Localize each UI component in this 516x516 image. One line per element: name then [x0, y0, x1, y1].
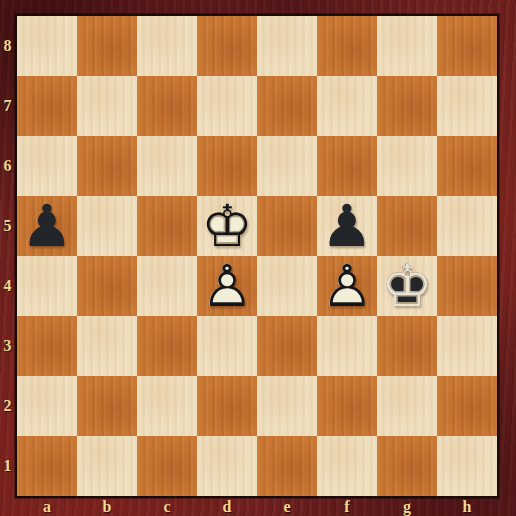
board-square-h3[interactable]	[437, 316, 497, 376]
board-square-b7[interactable]	[77, 76, 137, 136]
board-square-c5[interactable]	[137, 196, 197, 256]
board-square-g6[interactable]	[377, 136, 437, 196]
board-square-g2[interactable]	[377, 376, 437, 436]
board-square-e8[interactable]	[257, 16, 317, 76]
white-pawn[interactable]: ♟♙	[197, 256, 257, 316]
board-square-f8[interactable]	[317, 16, 377, 76]
board-square-e7[interactable]	[257, 76, 317, 136]
rank-label-7: 7	[0, 76, 15, 136]
board-square-f5[interactable]: ♟	[317, 196, 377, 256]
board-square-d6[interactable]	[197, 136, 257, 196]
rank-label-8: 8	[0, 16, 15, 76]
board-square-a7[interactable]	[17, 76, 77, 136]
board-square-e5[interactable]	[257, 196, 317, 256]
board-square-c4[interactable]	[137, 256, 197, 316]
board-square-c3[interactable]	[137, 316, 197, 376]
board-frame: ♟♚♔♟♟♙♟♙♚♔ 87654321 abcdefgh	[0, 0, 516, 516]
board-square-h1[interactable]	[437, 436, 497, 496]
rank-label-5: 5	[0, 196, 15, 256]
board-square-b2[interactable]	[77, 376, 137, 436]
board-square-d7[interactable]	[197, 76, 257, 136]
board-square-c8[interactable]	[137, 16, 197, 76]
board-square-e4[interactable]	[257, 256, 317, 316]
file-label-f: f	[317, 497, 377, 516]
board-square-a3[interactable]	[17, 316, 77, 376]
board-square-b6[interactable]	[77, 136, 137, 196]
board-square-g7[interactable]	[377, 76, 437, 136]
piece-outline-glyph: ♔	[377, 256, 437, 316]
file-label-b: b	[77, 497, 137, 516]
board-square-g3[interactable]	[377, 316, 437, 376]
board-square-h4[interactable]	[437, 256, 497, 316]
board-square-f2[interactable]	[317, 376, 377, 436]
board-square-f4[interactable]: ♟♙	[317, 256, 377, 316]
file-label-a: a	[17, 497, 77, 516]
board-square-f1[interactable]	[317, 436, 377, 496]
board-square-e3[interactable]	[257, 316, 317, 376]
board-square-b8[interactable]	[77, 16, 137, 76]
board-square-d8[interactable]	[197, 16, 257, 76]
board-square-b1[interactable]	[77, 436, 137, 496]
board-square-h2[interactable]	[437, 376, 497, 436]
piece-fill-glyph: ♟	[17, 196, 77, 256]
board-square-c7[interactable]	[137, 76, 197, 136]
board-square-g1[interactable]	[377, 436, 437, 496]
board-square-b5[interactable]	[77, 196, 137, 256]
board-square-h8[interactable]	[437, 16, 497, 76]
board-square-d1[interactable]	[197, 436, 257, 496]
board-square-b4[interactable]	[77, 256, 137, 316]
rank-label-2: 2	[0, 376, 15, 436]
board-square-f3[interactable]	[317, 316, 377, 376]
board-square-a5[interactable]: ♟	[17, 196, 77, 256]
board-square-g8[interactable]	[377, 16, 437, 76]
board-square-h6[interactable]	[437, 136, 497, 196]
board-square-h7[interactable]	[437, 76, 497, 136]
board-square-g4[interactable]: ♚♔	[377, 256, 437, 316]
board-square-e2[interactable]	[257, 376, 317, 436]
piece-outline-glyph: ♙	[317, 256, 377, 316]
board-square-c2[interactable]	[137, 376, 197, 436]
board-square-d5[interactable]: ♚♔	[197, 196, 257, 256]
board-square-c1[interactable]	[137, 436, 197, 496]
board-square-b3[interactable]	[77, 316, 137, 376]
rank-label-3: 3	[0, 316, 15, 376]
file-label-d: d	[197, 497, 257, 516]
board-square-d3[interactable]	[197, 316, 257, 376]
board-square-f7[interactable]	[317, 76, 377, 136]
chess-board: ♟♚♔♟♟♙♟♙♚♔	[15, 14, 499, 498]
rank-label-4: 4	[0, 256, 15, 316]
board-square-a8[interactable]	[17, 16, 77, 76]
board-square-a2[interactable]	[17, 376, 77, 436]
board-square-d2[interactable]	[197, 376, 257, 436]
board-square-a1[interactable]	[17, 436, 77, 496]
black-pawn[interactable]: ♟	[17, 196, 77, 256]
board-square-g5[interactable]	[377, 196, 437, 256]
white-pawn[interactable]: ♟♙	[317, 256, 377, 316]
board-square-d4[interactable]: ♟♙	[197, 256, 257, 316]
board-square-f6[interactable]	[317, 136, 377, 196]
piece-outline-glyph: ♔	[197, 196, 257, 256]
file-label-h: h	[437, 497, 497, 516]
black-pawn[interactable]: ♟	[317, 196, 377, 256]
board-square-a6[interactable]	[17, 136, 77, 196]
file-label-c: c	[137, 497, 197, 516]
board-square-e6[interactable]	[257, 136, 317, 196]
piece-outline-glyph: ♙	[197, 256, 257, 316]
black-king[interactable]: ♚♔	[377, 256, 437, 316]
board-square-e1[interactable]	[257, 436, 317, 496]
board-square-a4[interactable]	[17, 256, 77, 316]
file-label-e: e	[257, 497, 317, 516]
rank-label-1: 1	[0, 436, 15, 496]
white-king[interactable]: ♚♔	[197, 196, 257, 256]
board-square-c6[interactable]	[137, 136, 197, 196]
file-label-g: g	[377, 497, 437, 516]
piece-fill-glyph: ♟	[317, 196, 377, 256]
board-square-h5[interactable]	[437, 196, 497, 256]
rank-label-6: 6	[0, 136, 15, 196]
